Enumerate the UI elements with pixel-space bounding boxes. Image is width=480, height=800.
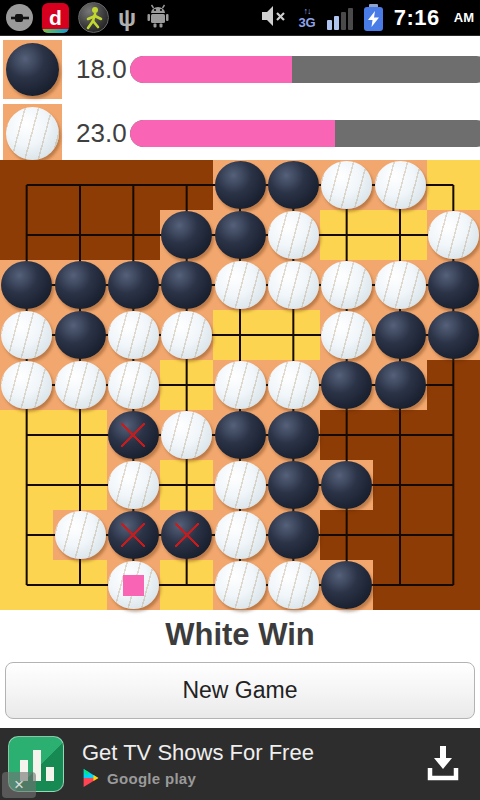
white-score-fill	[130, 120, 335, 147]
white-stone	[268, 361, 319, 409]
black-stone	[215, 411, 266, 459]
clock-time: 7:16	[394, 5, 440, 31]
white-stone	[215, 361, 266, 409]
black-stone	[268, 461, 319, 509]
white-stone	[268, 561, 319, 609]
ad-download-button[interactable]	[406, 728, 480, 800]
white-player-avatar	[3, 104, 62, 163]
black-stone-avatar	[6, 43, 59, 96]
white-stone	[321, 261, 372, 309]
white-stone	[55, 511, 106, 559]
white-stone	[1, 361, 52, 409]
ad-texts: Get TV Shows For Free Google play	[82, 740, 314, 788]
white-stone	[428, 211, 479, 259]
black-stone	[1, 261, 52, 309]
white-stone	[215, 561, 266, 609]
black-stone	[375, 311, 426, 359]
black-stone	[215, 161, 266, 209]
black-stone	[268, 411, 319, 459]
black-stone	[55, 311, 106, 359]
black-score-value: 18.0	[76, 54, 128, 85]
black-stone	[428, 311, 479, 359]
white-stone	[268, 261, 319, 309]
black-score-bar	[130, 56, 480, 83]
white-stone	[55, 361, 106, 409]
white-stone	[215, 261, 266, 309]
ad-close-icon[interactable]: ×	[2, 772, 36, 798]
black-stone	[375, 361, 426, 409]
white-stone	[1, 311, 52, 359]
last-move-mark	[123, 575, 144, 596]
status-icons-right: ↑↓ 3G 7:16 AM	[260, 4, 474, 31]
pedometer-icon	[78, 2, 109, 33]
black-stone	[161, 211, 212, 259]
ad-headline: Get TV Shows For Free	[82, 740, 314, 766]
ad-banner[interactable]: × Get TV Shows For Free Google play	[0, 728, 480, 800]
white-stone	[375, 261, 426, 309]
white-stone	[321, 161, 372, 209]
ad-store-row: Google play	[82, 768, 314, 788]
black-stone	[161, 261, 212, 309]
app-screen: d ψ	[0, 0, 480, 800]
usb-icon: ψ	[118, 6, 136, 30]
white-score-row: 23.0	[0, 102, 480, 164]
status-icons-left: d ψ	[6, 2, 171, 33]
google-play-icon	[82, 768, 100, 788]
clock-meridiem: AM	[454, 10, 474, 25]
white-stone	[108, 361, 159, 409]
white-stone	[161, 411, 212, 459]
new-game-button[interactable]: New Game	[5, 662, 475, 719]
white-score-value: 23.0	[76, 118, 128, 149]
black-stone	[321, 461, 372, 509]
black-stone	[321, 361, 372, 409]
battery-charging-icon	[364, 4, 383, 31]
dead-stone-mark	[121, 423, 145, 447]
black-stone	[268, 511, 319, 559]
white-stone	[215, 511, 266, 559]
download-icon	[422, 742, 464, 786]
black-stone	[321, 561, 372, 609]
mute-icon	[260, 5, 287, 31]
white-stone	[321, 311, 372, 359]
power-icon	[6, 4, 33, 31]
white-stone	[268, 211, 319, 259]
white-stone-avatar	[6, 107, 59, 160]
white-score-bar	[130, 120, 480, 147]
dead-stone-mark	[121, 523, 145, 547]
black-stone	[215, 211, 266, 259]
go-board[interactable]	[0, 160, 480, 610]
white-stone	[108, 461, 159, 509]
status-bar: d ψ	[0, 0, 480, 36]
white-stone	[215, 461, 266, 509]
white-stone	[108, 311, 159, 359]
black-score-row: 18.0	[0, 38, 480, 100]
black-player-avatar	[3, 40, 62, 99]
docomo-icon: d	[42, 3, 69, 33]
android-icon	[145, 3, 171, 33]
network-label: 3G	[298, 16, 315, 29]
black-stone	[108, 261, 159, 309]
dead-stone-mark	[175, 523, 199, 547]
network-3g-icon: ↑↓ 3G	[298, 7, 315, 29]
black-score-fill	[130, 56, 292, 83]
black-stone	[55, 261, 106, 309]
score-panel: 18.0 23.0	[0, 36, 480, 160]
ad-store-label: Google play	[107, 770, 196, 787]
white-stone	[161, 311, 212, 359]
white-stone	[375, 161, 426, 209]
black-stone	[428, 261, 479, 309]
result-text: White Win	[0, 617, 480, 653]
black-stone	[268, 161, 319, 209]
board-stones	[0, 160, 480, 610]
signal-icon	[327, 6, 353, 30]
